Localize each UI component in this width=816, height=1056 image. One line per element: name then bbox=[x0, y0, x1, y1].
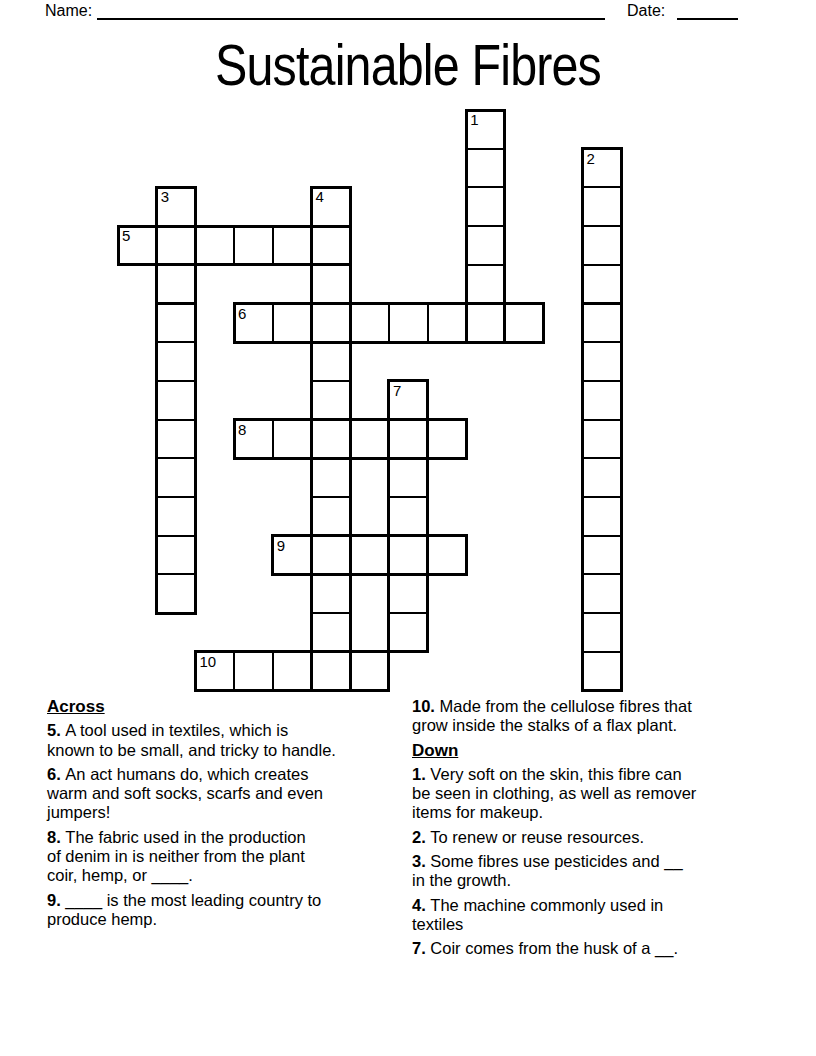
grid-cell-r1c10[interactable]: 1 bbox=[465, 109, 506, 150]
grid-cell-r15c3[interactable]: 10 bbox=[194, 651, 235, 692]
cell-number-8: 8 bbox=[238, 421, 246, 438]
grid-cell-r4c13[interactable] bbox=[581, 225, 622, 266]
grid-cell-r4c4[interactable] bbox=[233, 225, 274, 266]
clue-down-2: 2. To renew or reuse resources. bbox=[412, 828, 790, 847]
grid-cell-r7c13[interactable] bbox=[581, 341, 622, 382]
grid-cell-r2c13[interactable]: 2 bbox=[581, 148, 622, 189]
name-fill-line[interactable] bbox=[97, 18, 605, 20]
grid-cell-r7c2[interactable] bbox=[156, 341, 197, 382]
grid-cell-r5c13[interactable] bbox=[581, 264, 622, 305]
grid-cell-r7c6[interactable] bbox=[311, 341, 352, 382]
grid-cell-r10c13[interactable] bbox=[581, 457, 622, 498]
grid-cell-r12c6[interactable] bbox=[311, 535, 352, 576]
grid-cell-r3c10[interactable] bbox=[465, 186, 506, 227]
grid-cell-r13c2[interactable] bbox=[156, 573, 197, 614]
cell-number-7: 7 bbox=[393, 382, 401, 399]
cell-number-3: 3 bbox=[161, 188, 169, 205]
clue-number: 4. bbox=[412, 896, 430, 914]
clue-across-10: 10. Made from the cellulose fibres that … bbox=[412, 697, 790, 736]
worksheet-page: Name: Date: Sustainable Fibres 123456789… bbox=[0, 0, 816, 1056]
grid-cell-r11c6[interactable] bbox=[311, 496, 352, 537]
clue-number: 6. bbox=[47, 765, 65, 783]
grid-cell-r6c4[interactable]: 6 bbox=[233, 303, 274, 344]
grid-cell-r6c5[interactable] bbox=[272, 303, 313, 344]
grid-cell-r11c2[interactable] bbox=[156, 496, 197, 537]
grid-cell-r11c8[interactable] bbox=[388, 496, 429, 537]
date-fill-line[interactable] bbox=[677, 18, 738, 20]
grid-cell-r4c5[interactable] bbox=[272, 225, 313, 266]
grid-cell-r8c8[interactable]: 7 bbox=[388, 380, 429, 421]
clue-text: ____ is the most leading country to prod… bbox=[47, 891, 321, 928]
grid-cell-r12c7[interactable] bbox=[349, 535, 390, 576]
grid-cell-r5c6[interactable] bbox=[311, 264, 352, 305]
clue-across-9: 9. ____ is the most leading country to p… bbox=[47, 891, 412, 930]
date-label: Date: bbox=[627, 2, 665, 20]
grid-cell-r6c2[interactable] bbox=[156, 303, 197, 344]
cell-number-6: 6 bbox=[238, 305, 246, 322]
grid-cell-r6c6[interactable] bbox=[311, 303, 352, 344]
grid-cell-r9c13[interactable] bbox=[581, 419, 622, 460]
clue-text: A tool used in textiles, which is known … bbox=[47, 721, 336, 758]
grid-cell-r6c10[interactable] bbox=[465, 303, 506, 344]
grid-cell-r12c9[interactable] bbox=[427, 535, 468, 576]
clue-across-5: 5. A tool used in textiles, which is kno… bbox=[47, 721, 412, 760]
grid-cell-r9c4[interactable]: 8 bbox=[233, 419, 274, 460]
grid-cell-r13c6[interactable] bbox=[311, 573, 352, 614]
grid-cell-r12c8[interactable] bbox=[388, 535, 429, 576]
clue-text: The machine commonly used in textiles bbox=[412, 896, 663, 933]
cell-number-2: 2 bbox=[586, 150, 594, 167]
clue-text: Coir comes from the husk of a __. bbox=[430, 939, 678, 957]
grid-cell-r10c6[interactable] bbox=[311, 457, 352, 498]
grid-cell-r11c13[interactable] bbox=[581, 496, 622, 537]
cell-number-4: 4 bbox=[316, 188, 324, 205]
clue-text: To renew or reuse resources. bbox=[430, 828, 644, 846]
grid-cell-r8c13[interactable] bbox=[581, 380, 622, 421]
grid-cell-r9c6[interactable] bbox=[311, 419, 352, 460]
grid-cell-r9c7[interactable] bbox=[349, 419, 390, 460]
grid-cell-r15c13[interactable] bbox=[581, 651, 622, 692]
clue-text: The fabric used in the production of den… bbox=[47, 828, 306, 885]
clue-across-6: 6. An act humans do, which creates warm … bbox=[47, 765, 412, 823]
grid-cell-r8c2[interactable] bbox=[156, 380, 197, 421]
grid-cell-r12c2[interactable] bbox=[156, 535, 197, 576]
grid-cell-r9c9[interactable] bbox=[427, 419, 468, 460]
clue-number: 8. bbox=[47, 828, 65, 846]
page-title: Sustainable Fibres bbox=[61, 36, 755, 94]
clue-text: Made from the cellulose fibres that grow… bbox=[412, 697, 692, 734]
clue-number: 5. bbox=[47, 721, 65, 739]
clue-number: 1. bbox=[412, 765, 430, 783]
grid-cell-r4c1[interactable]: 5 bbox=[117, 225, 158, 266]
clue-across-8: 8. The fabric used in the production of … bbox=[47, 828, 412, 886]
grid-cell-r10c2[interactable] bbox=[156, 457, 197, 498]
grid-cell-r4c6[interactable] bbox=[311, 225, 352, 266]
clue-down-3: 3. Some fibres use pesticides and __ in … bbox=[412, 852, 790, 891]
clue-text: Very soft on the skin, this fibre can be… bbox=[412, 765, 696, 822]
grid-cell-r9c8[interactable] bbox=[388, 419, 429, 460]
clue-down-1: 1. Very soft on the skin, this fibre can… bbox=[412, 765, 790, 823]
grid-cell-r13c8[interactable] bbox=[388, 573, 429, 614]
grid-cell-r6c8[interactable] bbox=[388, 303, 429, 344]
grid-cell-r10c8[interactable] bbox=[388, 457, 429, 498]
grid-cell-r5c10[interactable] bbox=[465, 264, 506, 305]
cell-number-9: 9 bbox=[277, 537, 285, 554]
down-heading: Down bbox=[412, 741, 790, 760]
grid-cell-r9c5[interactable] bbox=[272, 419, 313, 460]
grid-cell-r14c8[interactable] bbox=[388, 612, 429, 653]
grid-cell-r6c13[interactable] bbox=[581, 303, 622, 344]
grid-cell-r2c10[interactable] bbox=[465, 148, 506, 189]
clue-number: 10. bbox=[412, 697, 440, 715]
clue-text: Some fibres use pesticides and __ in the… bbox=[412, 852, 683, 889]
grid-cell-r12c13[interactable] bbox=[581, 535, 622, 576]
grid-cell-r6c11[interactable] bbox=[504, 303, 545, 344]
grid-cell-r15c5[interactable] bbox=[272, 651, 313, 692]
clue-number: 3. bbox=[412, 852, 430, 870]
grid-cell-r3c6[interactable]: 4 bbox=[311, 186, 352, 227]
clues-column-right: 10. Made from the cellulose fibres that … bbox=[412, 697, 790, 964]
clue-down-7: 7. Coir comes from the husk of a __. bbox=[412, 939, 790, 958]
grid-cell-r5c2[interactable] bbox=[156, 264, 197, 305]
grid-cell-r15c4[interactable] bbox=[233, 651, 274, 692]
grid-cell-r14c6[interactable] bbox=[311, 612, 352, 653]
clues-column-left: Across5. A tool used in textiles, which … bbox=[47, 697, 412, 934]
grid-cell-r14c13[interactable] bbox=[581, 612, 622, 653]
grid-cell-r6c7[interactable] bbox=[349, 303, 390, 344]
cell-number-10: 10 bbox=[199, 653, 216, 670]
grid-cell-r13c13[interactable] bbox=[581, 573, 622, 614]
grid-cell-r15c6[interactable] bbox=[311, 651, 352, 692]
grid-cell-r6c9[interactable] bbox=[427, 303, 468, 344]
grid-cell-r9c2[interactable] bbox=[156, 419, 197, 460]
clue-number: 9. bbox=[47, 891, 65, 909]
grid-cell-r3c2[interactable]: 3 bbox=[156, 186, 197, 227]
cell-number-1: 1 bbox=[470, 111, 478, 128]
name-label: Name: bbox=[45, 2, 92, 20]
clue-number: 2. bbox=[412, 828, 430, 846]
clue-down-4: 4. The machine commonly used in textiles bbox=[412, 896, 790, 935]
grid-cell-r4c10[interactable] bbox=[465, 225, 506, 266]
clue-number: 7. bbox=[412, 939, 430, 957]
across-heading: Across bbox=[47, 697, 412, 716]
grid-cell-r4c3[interactable] bbox=[194, 225, 235, 266]
grid-cell-r3c13[interactable] bbox=[581, 186, 622, 227]
grid-cell-r4c2[interactable] bbox=[156, 225, 197, 266]
clue-text: An act humans do, which creates warm and… bbox=[47, 765, 323, 822]
grid-cell-r15c7[interactable] bbox=[349, 651, 390, 692]
grid-cell-r8c6[interactable] bbox=[311, 380, 352, 421]
grid-cell-r12c5[interactable]: 9 bbox=[272, 535, 313, 576]
cell-number-5: 5 bbox=[122, 227, 130, 244]
